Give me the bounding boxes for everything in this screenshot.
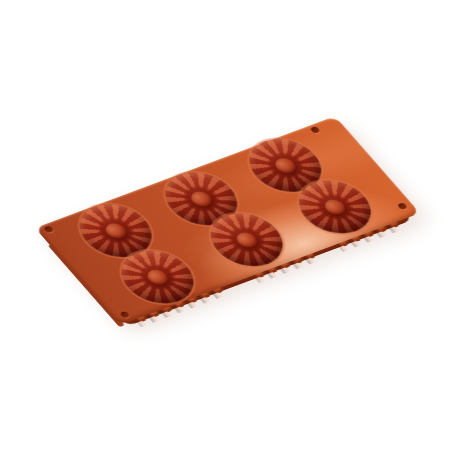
cavity-center-post [187, 189, 215, 209]
cavity-center-post [321, 197, 349, 217]
baking-mold [35, 116, 420, 325]
cavity-center-post [143, 267, 171, 287]
cavity-center-post [233, 230, 261, 250]
photo-background [0, 0, 458, 458]
cavity-center-post [102, 221, 130, 241]
cavity-center-post [271, 156, 299, 176]
